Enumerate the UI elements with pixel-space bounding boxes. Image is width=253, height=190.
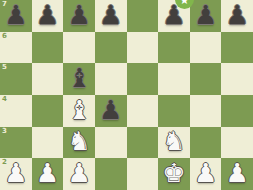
piece-white-pawn[interactable]: ♟ [194,160,217,186]
square-a7[interactable]: 7♟ [0,0,32,32]
square-g3[interactable] [190,127,222,159]
square-b6[interactable] [32,32,64,64]
square-b4[interactable] [32,95,64,127]
square-g5[interactable] [190,63,222,95]
square-b5[interactable] [32,63,64,95]
piece-white-king[interactable]: ♚ [162,160,185,186]
piece-white-pawn[interactable]: ♟ [67,160,90,186]
piece-black-pawn[interactable]: ♟ [226,2,249,28]
square-a4[interactable]: 4 [0,95,32,127]
square-h5[interactable] [221,63,253,95]
square-g4[interactable] [190,95,222,127]
square-c4[interactable]: ♝ [63,95,95,127]
square-f5[interactable] [158,63,190,95]
chess-board: 7♟♟♟♟♟♟♟65♝4♝♟3♞♞2♟♟♟♚♟♟ [0,0,253,190]
square-e7[interactable] [127,0,159,32]
piece-black-pawn[interactable]: ♟ [99,97,122,123]
square-a2[interactable]: 2♟ [0,158,32,190]
square-c6[interactable] [63,32,95,64]
square-h7[interactable]: ♟ [221,0,253,32]
square-f6[interactable] [158,32,190,64]
square-h3[interactable] [221,127,253,159]
chess-board-viewport: 7♟♟♟♟♟♟♟65♝4♝♟3♞♞2♟♟♟♚♟♟ ★ [0,0,253,190]
square-b7[interactable]: ♟ [32,0,64,32]
square-e6[interactable] [127,32,159,64]
square-e3[interactable] [127,127,159,159]
piece-white-pawn[interactable]: ♟ [36,160,59,186]
square-b2[interactable]: ♟ [32,158,64,190]
square-b3[interactable] [32,127,64,159]
square-c7[interactable]: ♟ [63,0,95,32]
square-d2[interactable] [95,158,127,190]
piece-white-pawn[interactable]: ♟ [4,160,27,186]
piece-white-knight[interactable]: ♞ [162,128,185,154]
square-d5[interactable] [95,63,127,95]
square-f2[interactable]: ♚ [158,158,190,190]
rank-label-5: 5 [2,63,7,72]
piece-white-knight[interactable]: ♞ [67,128,90,154]
piece-black-pawn[interactable]: ♟ [194,2,217,28]
square-a5[interactable]: 5 [0,63,32,95]
square-a3[interactable]: 3 [0,127,32,159]
piece-black-pawn[interactable]: ♟ [36,2,59,28]
piece-black-pawn[interactable]: ♟ [67,2,90,28]
square-e4[interactable] [127,95,159,127]
square-d3[interactable] [95,127,127,159]
square-e5[interactable] [127,63,159,95]
piece-white-pawn[interactable]: ♟ [226,160,249,186]
square-a6[interactable]: 6 [0,32,32,64]
piece-white-bishop[interactable]: ♝ [67,97,90,123]
square-g2[interactable]: ♟ [190,158,222,190]
rank-label-4: 4 [2,95,7,104]
square-h2[interactable]: ♟ [221,158,253,190]
square-h4[interactable] [221,95,253,127]
square-d7[interactable]: ♟ [95,0,127,32]
square-h6[interactable] [221,32,253,64]
square-c3[interactable]: ♞ [63,127,95,159]
square-e2[interactable] [127,158,159,190]
square-g7[interactable]: ♟ [190,0,222,32]
star-icon: ★ [180,0,190,6]
piece-black-pawn[interactable]: ♟ [4,2,27,28]
rank-label-3: 3 [2,127,7,136]
square-c2[interactable]: ♟ [63,158,95,190]
piece-black-bishop[interactable]: ♝ [67,65,90,91]
square-f4[interactable] [158,95,190,127]
square-g6[interactable] [190,32,222,64]
square-f3[interactable]: ♞ [158,127,190,159]
square-d6[interactable] [95,32,127,64]
square-d4[interactable]: ♟ [95,95,127,127]
square-c5[interactable]: ♝ [63,63,95,95]
piece-black-pawn[interactable]: ♟ [99,2,122,28]
rank-label-6: 6 [2,32,7,41]
